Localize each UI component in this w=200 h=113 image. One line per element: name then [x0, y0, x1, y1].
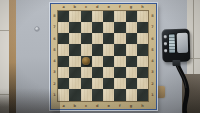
screw-icon: [35, 27, 39, 31]
square-e7[interactable]: [103, 22, 114, 33]
square-c7[interactable]: [81, 22, 92, 33]
coord-label: f: [114, 5, 125, 10]
square-b4[interactable]: [69, 56, 80, 67]
square-a8[interactable]: [58, 11, 69, 22]
coord-label: c: [81, 104, 92, 109]
chessboard: abcdefgh abcdefgh 87654321 87654321: [50, 3, 157, 110]
coord-label: 6: [150, 33, 155, 44]
device-button-1[interactable]: [164, 35, 167, 38]
square-g4[interactable]: [126, 56, 137, 67]
square-h8[interactable]: [137, 11, 148, 22]
device-button-3[interactable]: [164, 49, 167, 52]
square-c5[interactable]: [81, 44, 92, 55]
coord-label: b: [69, 104, 80, 109]
coord-label: 3: [52, 67, 57, 78]
coord-label: 7: [150, 22, 155, 33]
square-a1[interactable]: [58, 89, 69, 100]
square-f3[interactable]: [114, 67, 125, 78]
board-coords-right: 87654321: [150, 11, 155, 101]
square-c3[interactable]: [81, 67, 92, 78]
square-e3[interactable]: [103, 67, 114, 78]
coord-label: b: [69, 5, 80, 10]
square-d1[interactable]: [92, 89, 103, 100]
square-b7[interactable]: [69, 22, 80, 33]
square-a5[interactable]: [58, 44, 69, 55]
wood-trim-strip: [9, 0, 16, 113]
board-coords-top: abcdefgh: [58, 5, 148, 10]
coord-label: 5: [52, 44, 57, 55]
square-a6[interactable]: [58, 33, 69, 44]
device-button-2[interactable]: [164, 42, 167, 45]
square-e4[interactable]: [103, 56, 114, 67]
coord-label: 7: [52, 22, 57, 33]
coord-label: a: [58, 5, 69, 10]
square-h4[interactable]: [137, 56, 148, 67]
coord-label: h: [137, 5, 148, 10]
square-e8[interactable]: [103, 11, 114, 22]
cable-connector: [172, 60, 180, 66]
photo-scene: abcdefgh abcdefgh 87654321 87654321: [0, 0, 200, 113]
square-g5[interactable]: [126, 44, 137, 55]
square-f5[interactable]: [114, 44, 125, 55]
square-b6[interactable]: [69, 33, 80, 44]
coord-label: 4: [52, 56, 57, 67]
device-panel: [176, 32, 188, 53]
square-f2[interactable]: [114, 78, 125, 89]
square-d7[interactable]: [92, 22, 103, 33]
coord-label: g: [126, 5, 137, 10]
dark-floor-corner: [182, 74, 200, 113]
coord-label: 3: [150, 67, 155, 78]
coord-label: h: [137, 104, 148, 109]
square-h1[interactable]: [137, 89, 148, 100]
coord-label: f: [114, 104, 125, 109]
square-g6[interactable]: [126, 33, 137, 44]
coord-label: d: [92, 104, 103, 109]
device-display: [169, 34, 175, 53]
coord-label: 1: [52, 89, 57, 100]
coord-label: 2: [150, 78, 155, 89]
square-a3[interactable]: [58, 67, 69, 78]
tile-grout-line: [193, 0, 194, 80]
square-e6[interactable]: [103, 33, 114, 44]
coord-label: 6: [52, 33, 57, 44]
square-g3[interactable]: [126, 67, 137, 78]
square-d4[interactable]: [92, 56, 103, 67]
square-h5[interactable]: [137, 44, 148, 55]
coord-label: d: [92, 5, 103, 10]
coord-label: 1: [150, 89, 155, 100]
square-e5[interactable]: [103, 44, 114, 55]
square-f1[interactable]: [114, 89, 125, 100]
square-g1[interactable]: [126, 89, 137, 100]
square-d6[interactable]: [92, 33, 103, 44]
square-f4[interactable]: [114, 56, 125, 67]
board-coords-bottom: abcdefgh: [58, 104, 148, 109]
board-coords-left: 87654321: [52, 11, 57, 101]
square-a4[interactable]: [58, 56, 69, 67]
square-c6[interactable]: [81, 33, 92, 44]
square-a7[interactable]: [58, 22, 69, 33]
coord-label: 2: [52, 78, 57, 89]
square-f6[interactable]: [114, 33, 125, 44]
square-h7[interactable]: [137, 22, 148, 33]
square-e2[interactable]: [103, 78, 114, 89]
coord-label: 8: [150, 11, 155, 22]
coord-label: 4: [150, 56, 155, 67]
square-d5[interactable]: [92, 44, 103, 55]
square-b1[interactable]: [69, 89, 80, 100]
square-f7[interactable]: [114, 22, 125, 33]
digital-device: [162, 29, 191, 63]
square-a2[interactable]: [58, 78, 69, 89]
coord-label: e: [103, 104, 114, 109]
square-f8[interactable]: [114, 11, 125, 22]
coord-label: 8: [52, 11, 57, 22]
square-g8[interactable]: [126, 11, 137, 22]
square-h3[interactable]: [137, 67, 148, 78]
square-h2[interactable]: [137, 78, 148, 89]
square-c4[interactable]: [81, 56, 92, 67]
coord-label: g: [126, 104, 137, 109]
square-g2[interactable]: [126, 78, 137, 89]
coord-label: e: [103, 5, 114, 10]
square-c2[interactable]: [81, 78, 92, 89]
square-b5[interactable]: [69, 44, 80, 55]
board-grid: [58, 11, 148, 101]
square-b3[interactable]: [69, 67, 80, 78]
square-b8[interactable]: [69, 11, 80, 22]
square-h6[interactable]: [137, 33, 148, 44]
coord-label: c: [81, 5, 92, 10]
square-e1[interactable]: [103, 89, 114, 100]
square-g7[interactable]: [126, 22, 137, 33]
square-c1[interactable]: [81, 89, 92, 100]
square-d8[interactable]: [92, 11, 103, 22]
square-d2[interactable]: [92, 78, 103, 89]
chess-piece-pawn-top-view[interactable]: [82, 57, 91, 66]
square-b2[interactable]: [69, 78, 80, 89]
coord-label: 5: [150, 44, 155, 55]
square-c8[interactable]: [81, 11, 92, 22]
coord-label: a: [58, 104, 69, 109]
square-d3[interactable]: [92, 67, 103, 78]
